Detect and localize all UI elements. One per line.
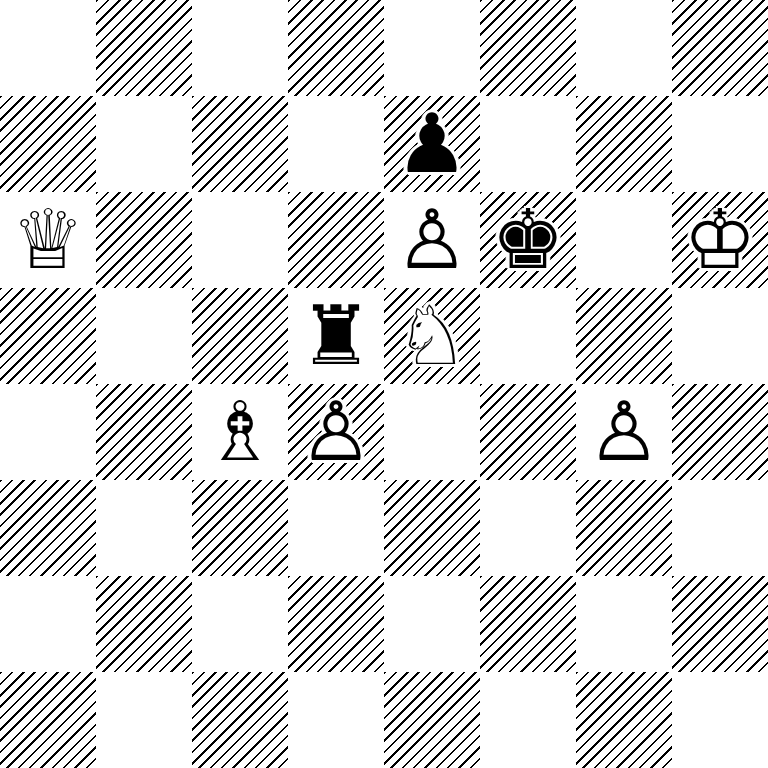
- square-e1[interactable]: [384, 672, 480, 768]
- square-a1[interactable]: [0, 672, 96, 768]
- piece-white-knight[interactable]: ♞♘: [384, 288, 480, 384]
- square-h3[interactable]: [672, 480, 768, 576]
- piece-white-pawn[interactable]: ♟♙: [288, 384, 384, 480]
- square-c1[interactable]: [192, 672, 288, 768]
- square-a5[interactable]: [0, 288, 96, 384]
- square-b3[interactable]: [96, 480, 192, 576]
- square-h4[interactable]: [672, 384, 768, 480]
- square-f2[interactable]: [480, 576, 576, 672]
- square-d2[interactable]: [288, 576, 384, 672]
- square-h8[interactable]: [672, 0, 768, 96]
- black-king-glyph: ♚: [480, 192, 576, 288]
- square-h2[interactable]: [672, 576, 768, 672]
- square-g3[interactable]: [576, 480, 672, 576]
- square-a7[interactable]: [0, 96, 96, 192]
- square-h7[interactable]: [672, 96, 768, 192]
- piece-black-rook[interactable]: ♜: [288, 288, 384, 384]
- square-a3[interactable]: [0, 480, 96, 576]
- square-f7[interactable]: [480, 96, 576, 192]
- square-e8[interactable]: [384, 0, 480, 96]
- white-queen-outline: ♕: [0, 192, 96, 288]
- white-pawn-outline: ♙: [384, 192, 480, 288]
- square-f4[interactable]: [480, 384, 576, 480]
- white-pawn-outline: ♙: [576, 384, 672, 480]
- square-f8[interactable]: [480, 0, 576, 96]
- square-b6[interactable]: [96, 192, 192, 288]
- square-f3[interactable]: [480, 480, 576, 576]
- white-knight-outline: ♘: [384, 288, 480, 384]
- square-a8[interactable]: [0, 0, 96, 96]
- square-d8[interactable]: [288, 0, 384, 96]
- white-king-outline: ♔: [672, 192, 768, 288]
- square-e4[interactable]: [384, 384, 480, 480]
- square-h1[interactable]: [672, 672, 768, 768]
- square-h6[interactable]: ♚♔: [672, 192, 768, 288]
- square-c8[interactable]: [192, 0, 288, 96]
- square-g8[interactable]: [576, 0, 672, 96]
- square-e3[interactable]: [384, 480, 480, 576]
- square-b2[interactable]: [96, 576, 192, 672]
- square-g4[interactable]: ♟♙: [576, 384, 672, 480]
- square-c6[interactable]: [192, 192, 288, 288]
- piece-white-king[interactable]: ♚♔: [672, 192, 768, 288]
- square-a4[interactable]: [0, 384, 96, 480]
- square-f6[interactable]: ♚: [480, 192, 576, 288]
- piece-black-pawn[interactable]: ♟: [384, 96, 480, 192]
- black-rook-glyph: ♜: [288, 288, 384, 384]
- black-pawn-glyph: ♟: [384, 96, 480, 192]
- square-d1[interactable]: [288, 672, 384, 768]
- square-d5[interactable]: ♜: [288, 288, 384, 384]
- square-e7[interactable]: ♟: [384, 96, 480, 192]
- square-d4[interactable]: ♟♙: [288, 384, 384, 480]
- square-g7[interactable]: [576, 96, 672, 192]
- piece-white-queen[interactable]: ♛♕: [0, 192, 96, 288]
- white-bishop-outline: ♗: [192, 384, 288, 480]
- piece-white-pawn[interactable]: ♟♙: [576, 384, 672, 480]
- square-e5[interactable]: ♞♘: [384, 288, 480, 384]
- square-h5[interactable]: [672, 288, 768, 384]
- square-g6[interactable]: [576, 192, 672, 288]
- chessboard: ♟♛♕♟♙♚♚♔♜♞♘♝♗♟♙♟♙: [0, 0, 768, 768]
- white-pawn-outline: ♙: [288, 384, 384, 480]
- square-b4[interactable]: [96, 384, 192, 480]
- square-d7[interactable]: [288, 96, 384, 192]
- square-c4[interactable]: ♝♗: [192, 384, 288, 480]
- square-b5[interactable]: [96, 288, 192, 384]
- square-b1[interactable]: [96, 672, 192, 768]
- square-f5[interactable]: [480, 288, 576, 384]
- square-g5[interactable]: [576, 288, 672, 384]
- square-d6[interactable]: [288, 192, 384, 288]
- square-b7[interactable]: [96, 96, 192, 192]
- square-e6[interactable]: ♟♙: [384, 192, 480, 288]
- square-a6[interactable]: ♛♕: [0, 192, 96, 288]
- square-d3[interactable]: [288, 480, 384, 576]
- square-c2[interactable]: [192, 576, 288, 672]
- square-c3[interactable]: [192, 480, 288, 576]
- square-g2[interactable]: [576, 576, 672, 672]
- square-c5[interactable]: [192, 288, 288, 384]
- piece-black-king[interactable]: ♚: [480, 192, 576, 288]
- piece-white-bishop[interactable]: ♝♗: [192, 384, 288, 480]
- square-c7[interactable]: [192, 96, 288, 192]
- square-f1[interactable]: [480, 672, 576, 768]
- square-b8[interactable]: [96, 0, 192, 96]
- square-a2[interactable]: [0, 576, 96, 672]
- square-g1[interactable]: [576, 672, 672, 768]
- piece-white-pawn[interactable]: ♟♙: [384, 192, 480, 288]
- square-e2[interactable]: [384, 576, 480, 672]
